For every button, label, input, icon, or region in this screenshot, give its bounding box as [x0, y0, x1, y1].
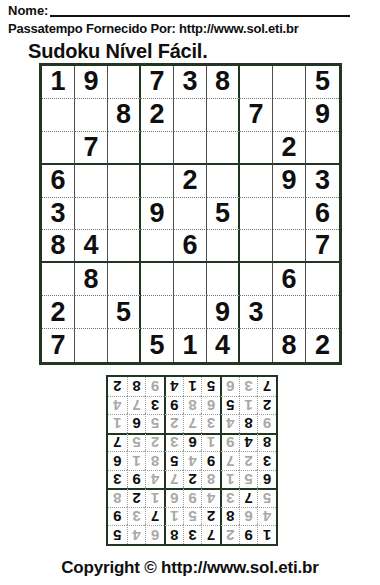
solution-cell-r2c1: 4 — [257, 507, 276, 526]
cell-r2c3: 8 — [108, 99, 141, 132]
solution-cell-r5c4: 9 — [201, 451, 220, 470]
cell-r2c7: 7 — [240, 99, 273, 132]
cell-r9c3[interactable] — [108, 329, 141, 362]
cell-r4c5: 2 — [174, 165, 207, 198]
solution-cell-r2c3: 8 — [220, 507, 239, 526]
sudoku-print-page: Nome: Passatempo Fornecido Por: http://w… — [0, 0, 380, 585]
cell-r2c6[interactable] — [207, 99, 240, 132]
solution-cell-r7c2: 8 — [239, 414, 258, 433]
solution-cell-r8c7: 3 — [145, 396, 164, 415]
cell-r7c9[interactable] — [306, 263, 339, 296]
solution-cell-r1c8: 4 — [127, 525, 146, 544]
cell-r7c3[interactable] — [108, 263, 141, 296]
cell-r8c6: 9 — [207, 296, 240, 329]
solution-cell-r4c2: 5 — [239, 470, 258, 489]
cell-r5c9: 6 — [306, 198, 339, 231]
solution-cell-r1c3: 2 — [220, 525, 239, 544]
cell-r5c6: 5 — [207, 198, 240, 231]
solution-cell-r3c3: 3 — [220, 488, 239, 507]
cell-r4c8: 9 — [273, 165, 306, 198]
cell-r9c8: 8 — [273, 329, 306, 362]
solution-cell-r7c4: 3 — [201, 414, 220, 433]
cell-r2c9: 9 — [306, 99, 339, 132]
cell-r5c7[interactable] — [240, 198, 273, 231]
solution-cell-r3c6: 6 — [164, 488, 183, 507]
solution-cell-r3c1: 5 — [257, 488, 276, 507]
cell-r6c4[interactable] — [141, 230, 174, 263]
cell-r5c1: 3 — [42, 198, 75, 231]
solution-cell-r1c9: 5 — [108, 525, 127, 544]
solution-cell-r7c8: 6 — [127, 414, 146, 433]
cell-r4c2[interactable] — [75, 165, 108, 198]
solution-cell-r5c6: 5 — [164, 451, 183, 470]
cell-r9c9: 2 — [306, 329, 339, 362]
cell-r4c4[interactable] — [141, 165, 174, 198]
cell-r8c5[interactable] — [174, 296, 207, 329]
solution-cell-r2c7: 7 — [145, 507, 164, 526]
cell-r9c2[interactable] — [75, 329, 108, 362]
cell-r9c6: 4 — [207, 329, 240, 362]
solution-cell-r5c5: 4 — [183, 451, 202, 470]
solution-cell-r2c6: 1 — [164, 507, 183, 526]
solution-cell-r3c7: 1 — [145, 488, 164, 507]
cell-r2c2[interactable] — [75, 99, 108, 132]
solution-cell-r4c8: 9 — [127, 470, 146, 489]
cell-r4c3[interactable] — [108, 165, 141, 198]
cell-r9c1: 7 — [42, 329, 75, 362]
solution-cell-r3c5: 9 — [183, 488, 202, 507]
cell-r6c8[interactable] — [273, 230, 306, 263]
solution-cell-r5c2: 2 — [239, 451, 258, 470]
solution-cell-r3c4: 4 — [201, 488, 220, 507]
solution-cell-r8c3: 5 — [220, 396, 239, 415]
cell-r2c1[interactable] — [42, 99, 75, 132]
solution-cell-r4c5: 2 — [183, 470, 202, 489]
solution-cell-r1c1: 1 — [257, 525, 276, 544]
solution-cell-r1c5: 3 — [183, 525, 202, 544]
name-fill-in-line[interactable] — [50, 15, 350, 17]
copyright-text: Copyright © http://www.sol.eti.br — [0, 558, 380, 578]
cell-r6c3[interactable] — [108, 230, 141, 263]
cell-r8c4[interactable] — [141, 296, 174, 329]
solution-cell-r7c5: 7 — [183, 414, 202, 433]
cell-r6c9: 7 — [306, 230, 339, 263]
cell-r3c4[interactable] — [141, 132, 174, 165]
solution-cell-r1c4: 7 — [201, 525, 220, 544]
solution-cell-r1c7: 6 — [145, 525, 164, 544]
cell-r4c9: 3 — [306, 165, 339, 198]
cell-r6c7[interactable] — [240, 230, 273, 263]
solution-cell-r6c2: 4 — [239, 433, 258, 452]
solution-cell-r2c9: 9 — [108, 507, 127, 526]
solution-cell-r4c3: 1 — [220, 470, 239, 489]
solution-cell-r2c2: 6 — [239, 507, 258, 526]
cell-r6c6[interactable] — [207, 230, 240, 263]
cell-r1c1: 1 — [42, 66, 75, 99]
cell-r5c5[interactable] — [174, 198, 207, 231]
cell-r9c5: 1 — [174, 329, 207, 362]
solution-cell-r7c7: 5 — [145, 414, 164, 433]
solution-cell-r6c1: 8 — [257, 433, 276, 452]
cell-r1c7[interactable] — [240, 66, 273, 99]
cell-r1c9: 5 — [306, 66, 339, 99]
solution-cell-r8c2: 1 — [239, 396, 258, 415]
cell-r7c8: 6 — [273, 263, 306, 296]
cell-r1c5: 3 — [174, 66, 207, 99]
cell-r6c2: 4 — [75, 230, 108, 263]
solution-cell-r8c5: 8 — [183, 396, 202, 415]
cell-r9c7[interactable] — [240, 329, 273, 362]
solution-cell-r8c9: 4 — [108, 396, 127, 415]
cell-r7c6[interactable] — [207, 263, 240, 296]
cell-r3c9[interactable] — [306, 132, 339, 165]
solution-cell-r9c5: 1 — [183, 377, 202, 396]
cell-r4c7[interactable] — [240, 165, 273, 198]
cell-r2c4: 2 — [141, 99, 174, 132]
solution-cell-r5c7: 8 — [145, 451, 164, 470]
solution-cell-r2c8: 3 — [127, 507, 146, 526]
solution-cell-r1c2: 9 — [239, 525, 258, 544]
cell-r1c6: 8 — [207, 66, 240, 99]
cell-r7c5[interactable] — [174, 263, 207, 296]
solution-cell-r3c8: 2 — [127, 488, 146, 507]
solution-cell-r8c4: 6 — [201, 396, 220, 415]
solution-cell-r9c2: 3 — [239, 377, 258, 396]
solution-cell-r9c3: 6 — [220, 377, 239, 396]
cell-r8c9[interactable] — [306, 296, 339, 329]
solution-cell-r2c5: 5 — [183, 507, 202, 526]
solution-cell-r6c9: 7 — [108, 433, 127, 452]
cell-r3c6[interactable] — [207, 132, 240, 165]
cell-r8c2[interactable] — [75, 296, 108, 329]
solution-grid-rotated-180: 1927386454682517395734961286518274933279… — [106, 375, 278, 546]
solution-cell-r6c3: 9 — [220, 433, 239, 452]
cell-r8c7: 3 — [240, 296, 273, 329]
solution-cell-r7c3: 4 — [220, 414, 239, 433]
solution-cell-r3c9: 8 — [108, 488, 127, 507]
provided-by-text: Passatempo Fornecido Por: http://www.sol… — [8, 21, 299, 36]
cell-r5c2[interactable] — [75, 198, 108, 231]
solution-cell-r6c5: 6 — [183, 433, 202, 452]
cell-r1c8[interactable] — [273, 66, 306, 99]
cell-r3c8: 2 — [273, 132, 306, 165]
solution-cell-r4c7: 4 — [145, 470, 164, 489]
cell-r9c4: 5 — [141, 329, 174, 362]
cell-r1c4: 7 — [141, 66, 174, 99]
cell-r3c3[interactable] — [108, 132, 141, 165]
cell-r4c6[interactable] — [207, 165, 240, 198]
cell-r3c7[interactable] — [240, 132, 273, 165]
solution-cell-r9c4: 5 — [201, 377, 220, 396]
solution-cell-r4c9: 3 — [108, 470, 127, 489]
solution-cell-r1c6: 8 — [164, 525, 183, 544]
cell-r3c1[interactable] — [42, 132, 75, 165]
solution-cell-r2c4: 2 — [201, 507, 220, 526]
cell-r1c2: 9 — [75, 66, 108, 99]
solution-cell-r8c6: 9 — [164, 396, 183, 415]
cell-r5c4: 9 — [141, 198, 174, 231]
solution-cell-r5c3: 7 — [220, 451, 239, 470]
solution-cell-r6c7: 2 — [145, 433, 164, 452]
solution-cell-r9c1: 7 — [257, 377, 276, 396]
solution-cell-r6c8: 5 — [127, 433, 146, 452]
solution-cell-r9c7: 9 — [145, 377, 164, 396]
solution-cell-r3c2: 7 — [239, 488, 258, 507]
cell-r7c4[interactable] — [141, 263, 174, 296]
cell-r8c1: 2 — [42, 296, 75, 329]
cell-r3c5[interactable] — [174, 132, 207, 165]
cell-r1c3[interactable] — [108, 66, 141, 99]
cell-r8c8[interactable] — [273, 296, 306, 329]
solution-cell-r9c8: 8 — [127, 377, 146, 396]
solution-cell-r4c1: 6 — [257, 470, 276, 489]
cell-r7c2: 8 — [75, 263, 108, 296]
solution-cell-r6c6: 3 — [164, 433, 183, 452]
cell-r3c2: 7 — [75, 132, 108, 165]
solution-cell-r9c6: 4 — [164, 377, 183, 396]
solution-cell-r9c9: 2 — [108, 377, 127, 396]
solution-cell-r8c1: 2 — [257, 396, 276, 415]
puzzle-grid: 197385827972629339568467862593751482 — [39, 63, 342, 365]
solution-cell-r4c6: 7 — [164, 470, 183, 489]
page-title: Sudoku Nível Fácil. — [28, 40, 208, 63]
solution-cell-r7c1: 9 — [257, 414, 276, 433]
solution-cell-r7c6: 2 — [164, 414, 183, 433]
cell-r2c8[interactable] — [273, 99, 306, 132]
solution-cell-r5c9: 6 — [108, 451, 127, 470]
cell-r2c5[interactable] — [174, 99, 207, 132]
cell-r8c3: 5 — [108, 296, 141, 329]
cell-r7c1[interactable] — [42, 263, 75, 296]
cell-r6c5: 6 — [174, 230, 207, 263]
cell-r7c7[interactable] — [240, 263, 273, 296]
solution-cell-r5c8: 1 — [127, 451, 146, 470]
name-label: Nome: — [8, 3, 48, 18]
cell-r4c1: 6 — [42, 165, 75, 198]
cell-r6c1: 8 — [42, 230, 75, 263]
cell-r5c8[interactable] — [273, 198, 306, 231]
cell-r5c3[interactable] — [108, 198, 141, 231]
solution-cell-r5c1: 3 — [257, 451, 276, 470]
solution-cell-r8c8: 7 — [127, 396, 146, 415]
solution-cell-r6c4: 1 — [201, 433, 220, 452]
solution-cell-r7c9: 1 — [108, 414, 127, 433]
solution-cell-r4c4: 8 — [201, 470, 220, 489]
